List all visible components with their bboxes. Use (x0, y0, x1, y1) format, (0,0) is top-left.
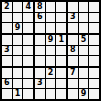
cell-r3c5[interactable] (46, 23, 56, 33)
cell-r4c6[interactable]: 1 (56, 35, 66, 45)
cell-r3c4[interactable] (35, 23, 45, 33)
cell-r8c9[interactable] (89, 79, 99, 89)
cell-r7c8[interactable] (79, 68, 89, 78)
cell-r2c4[interactable]: 6 (35, 13, 45, 23)
box-r1c3: 3 (68, 2, 99, 33)
cell-r5c3[interactable] (23, 46, 33, 56)
cell-r1c9[interactable] (89, 2, 99, 12)
cell-r6c9[interactable] (89, 56, 99, 66)
cell-r9c3[interactable] (23, 89, 33, 99)
cell-r3c6[interactable] (56, 23, 66, 33)
cell-r5c9[interactable] (89, 46, 99, 56)
cell-r3c9[interactable] (89, 23, 99, 33)
box-r3c3: 79 (68, 68, 99, 99)
cell-r1c1[interactable]: 2 (2, 2, 12, 12)
cell-r4c5[interactable]: 9 (46, 35, 56, 45)
cell-r9c5[interactable] (46, 89, 56, 99)
cell-r5c2[interactable] (13, 46, 23, 56)
cell-r5c6[interactable] (56, 46, 66, 56)
cell-r7c7[interactable]: 7 (68, 68, 78, 78)
box-r3c1: 61 (2, 68, 33, 99)
box-r2c3: 58 (68, 35, 99, 66)
cell-r4c8[interactable]: 5 (79, 35, 89, 45)
cell-r6c8[interactable] (79, 56, 89, 66)
cell-r8c1[interactable]: 6 (2, 79, 12, 89)
cell-r4c7[interactable] (68, 35, 78, 45)
cell-r1c8[interactable] (79, 2, 89, 12)
cell-r6c1[interactable] (2, 56, 12, 66)
cell-r8c6[interactable] (56, 79, 66, 89)
cell-r8c5[interactable] (46, 79, 56, 89)
cell-r6c7[interactable] (68, 56, 78, 66)
cell-r1c7[interactable] (68, 2, 78, 12)
cell-r7c5[interactable]: 2 (46, 68, 56, 78)
cell-r3c1[interactable] (2, 23, 12, 33)
cell-r8c8[interactable] (79, 79, 89, 89)
cell-r7c9[interactable] (89, 68, 99, 78)
cell-r6c4[interactable] (35, 56, 45, 66)
cell-r5c8[interactable] (79, 46, 89, 56)
cell-r7c4[interactable] (35, 68, 45, 78)
box-r3c2: 23 (35, 68, 66, 99)
cell-r1c5[interactable] (46, 2, 56, 12)
cell-r8c3[interactable] (23, 79, 33, 89)
cell-r1c2[interactable] (13, 2, 23, 12)
cell-r4c9[interactable] (89, 35, 99, 45)
cell-r7c3[interactable] (23, 68, 33, 78)
cell-r1c6[interactable] (56, 2, 66, 12)
cell-r9c2[interactable]: 1 (13, 89, 23, 99)
cell-r8c2[interactable] (13, 79, 23, 89)
cell-r3c8[interactable] (79, 23, 89, 33)
cell-r5c4[interactable] (35, 46, 45, 56)
box-r2c1: 3 (2, 35, 33, 66)
box-r1c1: 249 (2, 2, 33, 33)
cell-r7c1[interactable] (2, 68, 12, 78)
cell-r7c2[interactable] (13, 68, 23, 78)
cell-r2c7[interactable]: 3 (68, 13, 78, 23)
cell-r5c7[interactable]: 8 (68, 46, 78, 56)
cell-r2c8[interactable] (79, 13, 89, 23)
cell-r4c4[interactable] (35, 35, 45, 45)
cell-r4c1[interactable] (2, 35, 12, 45)
cell-r4c3[interactable] (23, 35, 33, 45)
cell-r1c3[interactable]: 4 (23, 2, 33, 12)
cell-r9c4[interactable] (35, 89, 45, 99)
cell-r1c4[interactable]: 8 (35, 2, 45, 12)
cell-r2c5[interactable] (46, 13, 56, 23)
cell-r9c9[interactable] (89, 89, 99, 99)
cell-r9c1[interactable] (2, 89, 12, 99)
cell-r6c5[interactable] (46, 56, 56, 66)
cell-r5c5[interactable] (46, 46, 56, 56)
cell-r7c6[interactable] (56, 68, 66, 78)
cell-r8c4[interactable]: 3 (35, 79, 45, 89)
cell-r6c3[interactable] (23, 56, 33, 66)
cell-r2c9[interactable] (89, 13, 99, 23)
cell-r3c2[interactable]: 9 (13, 23, 23, 33)
cell-r9c7[interactable] (68, 89, 78, 99)
cell-r2c2[interactable] (13, 13, 23, 23)
cell-r9c6[interactable] (56, 89, 66, 99)
cell-r8c7[interactable] (68, 79, 78, 89)
box-r2c2: 91 (35, 35, 66, 66)
cell-r5c1[interactable]: 3 (2, 46, 12, 56)
cell-r3c3[interactable] (23, 23, 33, 33)
cell-r6c6[interactable] (56, 56, 66, 66)
cell-r2c6[interactable] (56, 13, 66, 23)
cell-r4c2[interactable] (13, 35, 23, 45)
cell-r6c2[interactable] (13, 56, 23, 66)
cell-r9c8[interactable]: 9 (79, 89, 89, 99)
sudoku-board: 24986339158612379 (0, 0, 101, 101)
cell-r2c3[interactable] (23, 13, 33, 23)
box-r1c2: 86 (35, 2, 66, 33)
cell-r3c7[interactable] (68, 23, 78, 33)
cell-r2c1[interactable] (2, 13, 12, 23)
